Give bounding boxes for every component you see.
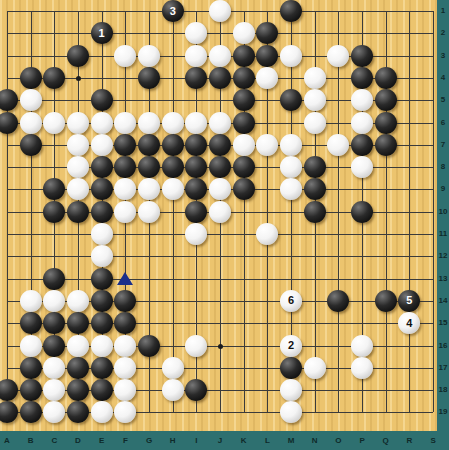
stone-white[interactable] <box>138 201 160 223</box>
row-label: 5 <box>437 95 449 105</box>
stone-white[interactable]: 6 <box>280 290 302 312</box>
stone-white[interactable] <box>351 89 373 111</box>
stone-black[interactable] <box>280 89 302 111</box>
stone-black[interactable] <box>67 201 89 223</box>
stone-move-label: 6 <box>288 295 294 306</box>
stone-black[interactable] <box>114 290 136 312</box>
stone-white[interactable] <box>67 134 89 156</box>
stone-black[interactable] <box>138 67 160 89</box>
col-label: F <box>119 436 131 446</box>
stone-white[interactable] <box>138 178 160 200</box>
stone-white[interactable] <box>280 379 302 401</box>
stone-black[interactable] <box>20 357 42 379</box>
stone-white[interactable] <box>67 335 89 357</box>
stone-white[interactable] <box>233 22 255 44</box>
stone-move-label: 1 <box>99 28 105 39</box>
stone-black[interactable] <box>0 89 18 111</box>
stone-white[interactable] <box>91 112 113 134</box>
stone-black[interactable] <box>91 156 113 178</box>
stone-black[interactable] <box>20 134 42 156</box>
col-label: C <box>48 436 60 446</box>
stone-black[interactable] <box>91 379 113 401</box>
stone-black[interactable] <box>375 89 397 111</box>
stone-black[interactable] <box>375 290 397 312</box>
stone-black[interactable] <box>43 268 65 290</box>
stone-move-label: 5 <box>406 295 412 306</box>
row-label: 7 <box>437 140 449 150</box>
stone-white[interactable] <box>162 379 184 401</box>
stone-black[interactable] <box>20 379 42 401</box>
stone-black[interactable] <box>185 134 207 156</box>
stone-white[interactable] <box>185 335 207 357</box>
stone-white[interactable] <box>280 45 302 67</box>
stone-white[interactable] <box>327 134 349 156</box>
stone-white[interactable] <box>304 112 326 134</box>
stone-white[interactable] <box>91 223 113 245</box>
col-label: B <box>25 436 37 446</box>
stone-white[interactable] <box>304 67 326 89</box>
col-label: G <box>143 436 155 446</box>
row-label: 2 <box>437 28 449 38</box>
stone-black[interactable] <box>256 45 278 67</box>
stone-black[interactable] <box>351 201 373 223</box>
stone-black[interactable] <box>280 357 302 379</box>
stone-black[interactable] <box>351 67 373 89</box>
stone-black[interactable] <box>233 45 255 67</box>
stone-white[interactable] <box>43 379 65 401</box>
stone-white[interactable] <box>185 45 207 67</box>
stone-move-label: 2 <box>288 340 294 351</box>
grid-line <box>409 11 410 412</box>
stone-black[interactable] <box>67 379 89 401</box>
stone-white[interactable] <box>351 156 373 178</box>
stone-white[interactable] <box>20 335 42 357</box>
row-label: 11 <box>437 229 449 239</box>
right-coordinate-strip <box>437 0 449 450</box>
stone-black[interactable] <box>0 379 18 401</box>
stone-black[interactable] <box>304 156 326 178</box>
stone-black[interactable] <box>20 401 42 423</box>
stone-white[interactable] <box>185 223 207 245</box>
row-label: 14 <box>437 296 449 306</box>
stone-black[interactable] <box>43 312 65 334</box>
stone-black[interactable] <box>185 67 207 89</box>
stone-black[interactable] <box>185 156 207 178</box>
stone-black[interactable]: 1 <box>91 22 113 44</box>
stone-white[interactable] <box>114 112 136 134</box>
stone-black[interactable] <box>0 112 18 134</box>
row-label: 10 <box>437 207 449 217</box>
stone-white[interactable] <box>280 134 302 156</box>
stone-white[interactable] <box>91 401 113 423</box>
stone-black[interactable] <box>43 335 65 357</box>
stone-white[interactable] <box>91 245 113 267</box>
stone-black[interactable] <box>138 335 160 357</box>
stone-white[interactable] <box>185 22 207 44</box>
stone-black[interactable] <box>114 134 136 156</box>
stone-black[interactable] <box>233 89 255 111</box>
stone-black[interactable] <box>233 178 255 200</box>
stone-white[interactable] <box>209 201 231 223</box>
stone-white[interactable] <box>185 112 207 134</box>
col-label: Q <box>380 436 392 446</box>
stone-black[interactable] <box>91 201 113 223</box>
stone-white[interactable] <box>20 290 42 312</box>
stone-black[interactable] <box>233 156 255 178</box>
stone-black[interactable] <box>185 178 207 200</box>
stone-white[interactable] <box>256 67 278 89</box>
stone-move-label: 3 <box>170 6 176 17</box>
stone-black[interactable] <box>233 67 255 89</box>
stone-white[interactable] <box>256 223 278 245</box>
stone-white[interactable] <box>209 0 231 22</box>
stone-black[interactable] <box>351 45 373 67</box>
stone-black[interactable]: 3 <box>162 0 184 22</box>
stone-white[interactable]: 4 <box>398 312 420 334</box>
stone-black[interactable] <box>375 67 397 89</box>
stone-white[interactable] <box>20 89 42 111</box>
stone-white[interactable] <box>138 45 160 67</box>
stone-black[interactable] <box>138 134 160 156</box>
stone-black[interactable] <box>327 290 349 312</box>
stone-white[interactable] <box>20 112 42 134</box>
row-label: 18 <box>437 385 449 395</box>
goban-board[interactable]: 316542 <box>0 0 449 450</box>
stone-black[interactable] <box>67 312 89 334</box>
stone-black[interactable] <box>67 401 89 423</box>
stone-black[interactable] <box>67 45 89 67</box>
stone-white[interactable] <box>162 178 184 200</box>
col-label: D <box>72 436 84 446</box>
stone-white[interactable] <box>280 401 302 423</box>
stone-white[interactable] <box>327 45 349 67</box>
col-label: J <box>214 436 226 446</box>
grid-line <box>7 256 433 257</box>
stone-white[interactable] <box>280 178 302 200</box>
row-label: 6 <box>437 118 449 128</box>
col-label: K <box>238 436 250 446</box>
col-label: A <box>1 436 13 446</box>
row-label: 19 <box>437 407 449 417</box>
stone-black[interactable] <box>91 89 113 111</box>
stone-white[interactable] <box>67 290 89 312</box>
grid-line <box>7 279 433 280</box>
stone-white[interactable] <box>280 156 302 178</box>
row-label: 1 <box>437 6 449 16</box>
stone-white[interactable] <box>67 112 89 134</box>
go-board-widget: 316542 ABCDEFGHIJKLMNOPQRS12345678910111… <box>0 0 449 450</box>
row-label: 15 <box>437 318 449 328</box>
col-label: L <box>261 436 273 446</box>
grid-line <box>433 11 434 412</box>
stone-white[interactable] <box>114 178 136 200</box>
col-label: I <box>190 436 202 446</box>
stone-black[interactable] <box>43 67 65 89</box>
stone-white[interactable] <box>351 112 373 134</box>
stone-white[interactable] <box>304 357 326 379</box>
row-label: 8 <box>437 162 449 172</box>
col-label: M <box>285 436 297 446</box>
col-label: N <box>309 436 321 446</box>
stone-black[interactable] <box>280 0 302 22</box>
grid-line <box>338 11 339 412</box>
stone-move-label: 4 <box>406 318 412 329</box>
stone-black[interactable] <box>0 401 18 423</box>
stone-black[interactable] <box>233 112 255 134</box>
stone-white[interactable] <box>114 357 136 379</box>
stone-white[interactable] <box>114 45 136 67</box>
stone-black[interactable] <box>20 67 42 89</box>
stone-black[interactable] <box>138 156 160 178</box>
stone-black[interactable] <box>209 67 231 89</box>
stone-white[interactable] <box>67 178 89 200</box>
triangle-marker[interactable] <box>117 272 133 285</box>
row-label: 16 <box>437 341 449 351</box>
stone-white[interactable] <box>138 112 160 134</box>
stone-black[interactable] <box>375 112 397 134</box>
stone-white[interactable] <box>67 156 89 178</box>
stone-black[interactable] <box>43 178 65 200</box>
stone-white[interactable] <box>43 401 65 423</box>
stone-black[interactable] <box>114 312 136 334</box>
stone-white[interactable] <box>209 45 231 67</box>
row-label: 3 <box>437 51 449 61</box>
stone-white[interactable] <box>43 357 65 379</box>
star-point <box>76 76 81 81</box>
stone-white[interactable] <box>256 134 278 156</box>
stone-black[interactable] <box>20 312 42 334</box>
stone-white[interactable] <box>114 201 136 223</box>
stone-white[interactable] <box>43 112 65 134</box>
stone-white[interactable] <box>162 357 184 379</box>
col-label: R <box>403 436 415 446</box>
grid-line <box>7 234 433 235</box>
stone-black[interactable] <box>43 201 65 223</box>
stone-white[interactable] <box>351 357 373 379</box>
stone-black[interactable] <box>91 290 113 312</box>
stone-black[interactable] <box>256 22 278 44</box>
stone-white[interactable] <box>233 134 255 156</box>
stone-white[interactable] <box>114 379 136 401</box>
stone-black[interactable] <box>162 134 184 156</box>
col-label: S <box>427 436 439 446</box>
stone-black[interactable] <box>185 201 207 223</box>
stone-white[interactable]: 2 <box>280 335 302 357</box>
stone-white[interactable] <box>43 290 65 312</box>
stone-black[interactable] <box>162 156 184 178</box>
stone-white[interactable] <box>114 401 136 423</box>
stone-black[interactable] <box>91 312 113 334</box>
stone-black[interactable] <box>91 268 113 290</box>
stone-white[interactable] <box>209 112 231 134</box>
stone-black[interactable] <box>304 201 326 223</box>
stone-white[interactable] <box>91 134 113 156</box>
stone-black[interactable] <box>304 178 326 200</box>
row-label: 4 <box>437 73 449 83</box>
stone-white[interactable] <box>209 178 231 200</box>
stone-black[interactable] <box>209 134 231 156</box>
stone-black[interactable] <box>91 178 113 200</box>
stone-black[interactable]: 5 <box>398 290 420 312</box>
stone-black[interactable] <box>375 134 397 156</box>
row-label: 9 <box>437 184 449 194</box>
stone-white[interactable] <box>91 335 113 357</box>
row-label: 12 <box>437 251 449 261</box>
col-label: E <box>96 436 108 446</box>
stone-white[interactable] <box>351 335 373 357</box>
stone-black[interactable] <box>185 379 207 401</box>
stone-white[interactable] <box>304 89 326 111</box>
stone-black[interactable] <box>209 156 231 178</box>
stone-black[interactable] <box>91 357 113 379</box>
stone-black[interactable] <box>351 134 373 156</box>
stone-black[interactable] <box>114 156 136 178</box>
stone-black[interactable] <box>67 357 89 379</box>
stone-white[interactable] <box>114 335 136 357</box>
row-label: 17 <box>437 363 449 373</box>
col-label: P <box>356 436 368 446</box>
col-label: O <box>332 436 344 446</box>
row-label: 13 <box>437 274 449 284</box>
star-point <box>218 344 223 349</box>
col-label: H <box>167 436 179 446</box>
stone-white[interactable] <box>162 112 184 134</box>
